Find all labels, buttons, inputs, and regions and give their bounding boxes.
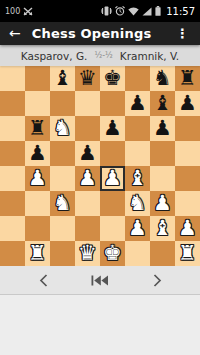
square-f5[interactable]	[125, 141, 150, 166]
white-rook: ♜	[28, 241, 47, 266]
square-f2[interactable]: ♟	[125, 216, 150, 241]
black-knight: ♞	[153, 66, 172, 91]
square-c8[interactable]: ♝	[50, 66, 75, 91]
square-g6[interactable]: ♟	[150, 116, 175, 141]
square-e6[interactable]: ♟	[100, 116, 125, 141]
signal-icon	[142, 7, 152, 16]
square-c5[interactable]	[50, 141, 75, 166]
square-f7[interactable]: ♟	[125, 91, 150, 116]
square-g1[interactable]	[150, 241, 175, 266]
square-h3[interactable]	[175, 191, 200, 216]
square-f8[interactable]	[125, 66, 150, 91]
square-e3[interactable]	[100, 191, 125, 216]
sync-disabled-icon	[23, 7, 33, 16]
wifi-icon	[128, 7, 139, 16]
square-h7[interactable]: ♟	[175, 91, 200, 116]
previous-move-button[interactable]	[26, 266, 60, 294]
square-b2[interactable]	[25, 216, 50, 241]
white-pawn: ♟	[128, 216, 147, 241]
white-pawn: ♟	[153, 191, 172, 216]
white-knight: ♞	[53, 116, 72, 141]
square-a6[interactable]	[0, 116, 25, 141]
back-arrow-icon[interactable]: ←	[9, 22, 21, 45]
white-knight: ♞	[128, 191, 147, 216]
white-bishop: ♝	[128, 166, 147, 191]
square-f4[interactable]: ♝	[125, 166, 150, 191]
white-pawn: ♟	[103, 166, 122, 191]
square-f6[interactable]	[125, 116, 150, 141]
square-b5[interactable]: ♟	[25, 141, 50, 166]
square-d8[interactable]: ♛	[75, 66, 100, 91]
square-a4[interactable]	[0, 166, 25, 191]
square-d3[interactable]	[75, 191, 100, 216]
square-h1[interactable]: ♜	[175, 241, 200, 266]
square-e5[interactable]	[100, 141, 125, 166]
phone-screen: 100	[0, 0, 200, 355]
square-h4[interactable]	[175, 166, 200, 191]
square-g7[interactable]: ♝	[150, 91, 175, 116]
square-g8[interactable]: ♞	[150, 66, 175, 91]
square-b3[interactable]	[25, 191, 50, 216]
square-f1[interactable]	[125, 241, 150, 266]
game-result: ½-½	[94, 51, 112, 60]
alarm-icon	[115, 6, 125, 16]
page-title: Chess Openings	[32, 26, 163, 41]
black-pawn: ♟	[178, 91, 197, 116]
square-c2[interactable]	[50, 216, 75, 241]
square-d5[interactable]: ♟	[75, 141, 100, 166]
black-rook: ♜	[28, 116, 47, 141]
square-h8[interactable]: ♜	[175, 66, 200, 91]
square-e2[interactable]	[100, 216, 125, 241]
battery-percent-label: 100	[5, 7, 20, 16]
square-a7[interactable]	[0, 91, 25, 116]
square-h2[interactable]: ♟	[175, 216, 200, 241]
square-g4[interactable]	[150, 166, 175, 191]
battery-icon	[155, 6, 161, 16]
square-g5[interactable]	[150, 141, 175, 166]
square-c6[interactable]: ♞	[50, 116, 75, 141]
black-queen: ♛	[78, 66, 97, 91]
white-pawn: ♟	[28, 166, 47, 191]
square-b1[interactable]: ♜	[25, 241, 50, 266]
black-rook: ♜	[178, 66, 197, 91]
square-e1[interactable]: ♚	[100, 241, 125, 266]
white-player-name: Kasparov, G.	[21, 50, 88, 62]
white-pawn: ♟	[178, 216, 197, 241]
square-g3[interactable]: ♟	[150, 191, 175, 216]
white-bishop: ♝	[153, 216, 172, 241]
square-d7[interactable]	[75, 91, 100, 116]
status-right: 11:57	[101, 6, 195, 17]
black-bishop: ♝	[53, 66, 72, 91]
square-c7[interactable]	[50, 91, 75, 116]
square-b6[interactable]: ♜	[25, 116, 50, 141]
square-d4[interactable]: ♟	[75, 166, 100, 191]
black-pawn: ♟	[28, 141, 47, 166]
next-move-button[interactable]	[140, 266, 174, 294]
square-a5[interactable]	[0, 141, 25, 166]
skip-to-start-button[interactable]	[83, 266, 117, 294]
white-king: ♚	[103, 241, 122, 266]
square-c1[interactable]	[50, 241, 75, 266]
status-left: 100	[5, 7, 33, 16]
square-b4[interactable]: ♟	[25, 166, 50, 191]
black-pawn: ♟	[153, 116, 172, 141]
move-controls-bar	[0, 266, 200, 295]
square-a8[interactable]	[0, 66, 25, 91]
players-bar: Kasparov, G. ½-½ Kramnik, V.	[0, 45, 200, 66]
square-e7[interactable]	[100, 91, 125, 116]
square-d2[interactable]	[75, 216, 100, 241]
black-king: ♚	[103, 66, 122, 91]
clock-label: 11:57	[166, 6, 195, 17]
black-pawn: ♟	[128, 91, 147, 116]
square-g2[interactable]: ♝	[150, 216, 175, 241]
overflow-menu-icon[interactable]: ⋮	[174, 26, 191, 41]
white-pawn: ♟	[78, 166, 97, 191]
vibrate-icon	[101, 6, 112, 16]
content-area	[0, 295, 200, 355]
black-player-name: Kramnik, V.	[120, 50, 179, 62]
square-c4[interactable]	[50, 166, 75, 191]
status-bar: 100	[0, 0, 200, 22]
white-queen: ♛	[78, 241, 97, 266]
square-a1[interactable]	[0, 241, 25, 266]
black-pawn: ♟	[78, 141, 97, 166]
square-d6[interactable]	[75, 116, 100, 141]
square-b7[interactable]	[25, 91, 50, 116]
black-bishop: ♝	[153, 91, 172, 116]
square-d1[interactable]: ♛	[75, 241, 100, 266]
square-f3[interactable]: ♞	[125, 191, 150, 216]
square-e4[interactable]: ♟	[100, 166, 125, 191]
square-e8[interactable]: ♚	[100, 66, 125, 91]
square-h6[interactable]	[175, 116, 200, 141]
square-b8[interactable]	[25, 66, 50, 91]
app-bar: ← Chess Openings ⋮	[0, 22, 200, 45]
square-h5[interactable]	[175, 141, 200, 166]
black-pawn: ♟	[103, 116, 122, 141]
square-a3[interactable]	[0, 191, 25, 216]
chess-board[interactable]: ♝♛♚♞♜♟♝♟♜♞♟♟♟♟♟♟♟♝♞♞♟♟♝♟♜♛♚♜	[0, 66, 200, 266]
white-knight: ♞	[53, 191, 72, 216]
square-a2[interactable]	[0, 216, 25, 241]
white-rook: ♜	[178, 241, 197, 266]
square-c3[interactable]: ♞	[50, 191, 75, 216]
